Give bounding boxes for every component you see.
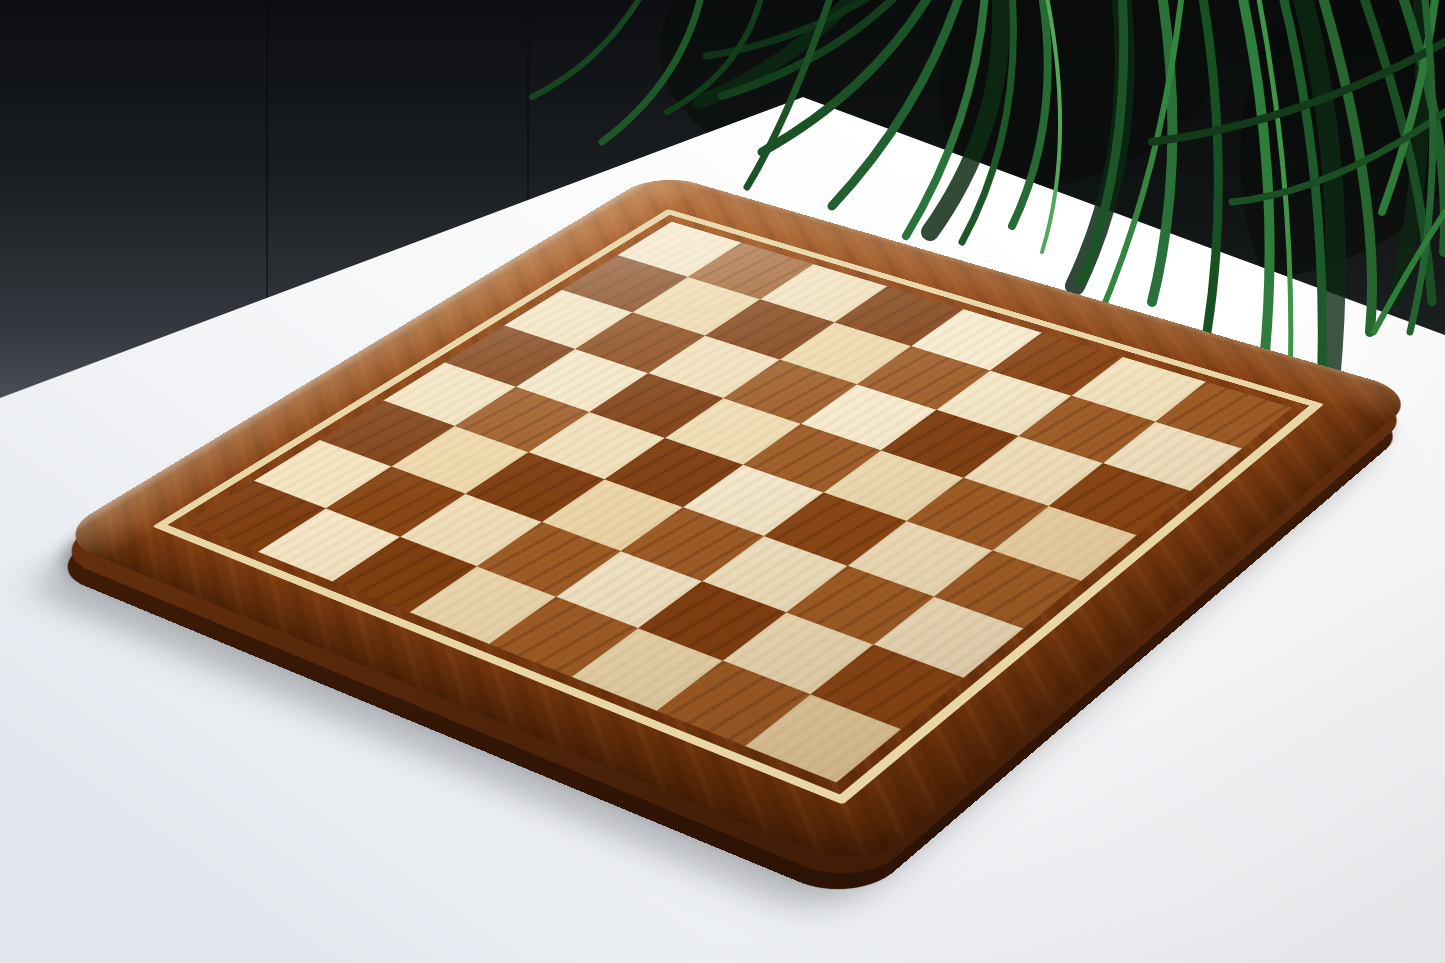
- scene: [0, 0, 1445, 963]
- plant-leaf: [532, 0, 642, 97]
